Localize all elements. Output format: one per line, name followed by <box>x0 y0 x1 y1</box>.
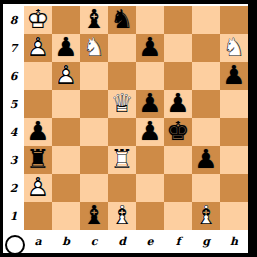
square-f2[interactable] <box>164 174 192 202</box>
square-b4[interactable] <box>52 118 80 146</box>
square-b7[interactable]: ♟ <box>52 34 80 62</box>
square-g1[interactable]: ♝♗ <box>192 202 220 230</box>
square-d5[interactable]: ♛♕ <box>108 90 136 118</box>
square-c5[interactable] <box>80 90 108 118</box>
square-h7[interactable]: ♞♘ <box>220 34 248 62</box>
square-e7[interactable]: ♟ <box>136 34 164 62</box>
black-pawn-g3[interactable]: ♟ <box>192 146 220 174</box>
file-label-e: e <box>136 231 164 252</box>
square-a5[interactable] <box>24 90 52 118</box>
black-pawn-a4[interactable]: ♟ <box>24 118 52 146</box>
square-e1[interactable] <box>136 202 164 230</box>
rank-label-7: 7 <box>3 34 24 62</box>
rank-label-5: 5 <box>3 90 24 118</box>
rank-label-6: 6 <box>3 62 24 90</box>
square-h4[interactable] <box>220 118 248 146</box>
black-bishop-c8[interactable]: ♝ <box>80 6 108 34</box>
square-b5[interactable] <box>52 90 80 118</box>
square-d6[interactable] <box>108 62 136 90</box>
file-label-b: b <box>52 231 80 252</box>
file-label-c: c <box>80 231 108 252</box>
square-d1[interactable]: ♝♗ <box>108 202 136 230</box>
square-g5[interactable] <box>192 90 220 118</box>
square-f4[interactable]: ♚ <box>164 118 192 146</box>
square-h6[interactable]: ♟ <box>220 62 248 90</box>
square-g2[interactable] <box>192 174 220 202</box>
square-c1[interactable]: ♝ <box>80 202 108 230</box>
black-pawn-e4[interactable]: ♟ <box>136 118 164 146</box>
square-e2[interactable] <box>136 174 164 202</box>
white-bishop-outline-d1[interactable]: ♗ <box>108 202 136 230</box>
square-e3[interactable] <box>136 146 164 174</box>
white-knight-outline-c7[interactable]: ♘ <box>80 34 108 62</box>
square-h3[interactable] <box>220 146 248 174</box>
square-h2[interactable] <box>220 174 248 202</box>
black-pawn-b7[interactable]: ♟ <box>52 34 80 62</box>
square-a4[interactable]: ♟ <box>24 118 52 146</box>
square-c2[interactable] <box>80 174 108 202</box>
square-c7[interactable]: ♞♘ <box>80 34 108 62</box>
white-queen-outline-d5[interactable]: ♕ <box>108 90 136 118</box>
square-b3[interactable] <box>52 146 80 174</box>
square-b6[interactable]: ♟♙ <box>52 62 80 90</box>
square-e5[interactable]: ♟ <box>136 90 164 118</box>
white-to-move-indicator <box>5 235 25 255</box>
rank-labels: 87654321 <box>3 6 24 230</box>
white-bishop-outline-g1[interactable]: ♗ <box>192 202 220 230</box>
square-b1[interactable] <box>52 202 80 230</box>
white-pawn-outline-a7[interactable]: ♙ <box>24 34 52 62</box>
square-h8[interactable] <box>220 6 248 34</box>
square-f5[interactable]: ♟ <box>164 90 192 118</box>
square-a8[interactable]: ♚♔ <box>24 6 52 34</box>
square-c3[interactable] <box>80 146 108 174</box>
square-a6[interactable] <box>24 62 52 90</box>
file-label-a: a <box>24 231 52 252</box>
rank-label-8: 8 <box>3 6 24 34</box>
square-d8[interactable]: ♞ <box>108 6 136 34</box>
black-pawn-h6[interactable]: ♟ <box>220 62 248 90</box>
file-label-d: d <box>108 231 136 252</box>
chess-diagram: 87654321 ♚♔♝♞♟♙♟♞♘♟♞♘♟♙♟♛♕♟♟♟♟♚♜♜♖♟♟♙♝♝♗… <box>0 0 257 257</box>
white-rook-outline-d3[interactable]: ♖ <box>108 146 136 174</box>
square-f7[interactable] <box>164 34 192 62</box>
square-e6[interactable] <box>136 62 164 90</box>
square-e8[interactable] <box>136 6 164 34</box>
square-c4[interactable] <box>80 118 108 146</box>
black-pawn-e7[interactable]: ♟ <box>136 34 164 62</box>
rank-label-1: 1 <box>3 202 24 230</box>
square-a7[interactable]: ♟♙ <box>24 34 52 62</box>
rank-label-3: 3 <box>3 146 24 174</box>
square-c8[interactable]: ♝ <box>80 6 108 34</box>
square-d3[interactable]: ♜♖ <box>108 146 136 174</box>
square-f6[interactable] <box>164 62 192 90</box>
square-a2[interactable]: ♟♙ <box>24 174 52 202</box>
white-king-outline-a8[interactable]: ♔ <box>24 6 52 34</box>
black-knight-d8[interactable]: ♞ <box>108 6 136 34</box>
square-g3[interactable]: ♟ <box>192 146 220 174</box>
rank-label-4: 4 <box>3 118 24 146</box>
square-h1[interactable] <box>220 202 248 230</box>
file-label-h: h <box>220 231 248 252</box>
chess-board[interactable]: ♚♔♝♞♟♙♟♞♘♟♞♘♟♙♟♛♕♟♟♟♟♚♜♜♖♟♟♙♝♝♗♝♗ <box>24 6 248 230</box>
square-e4[interactable]: ♟ <box>136 118 164 146</box>
rank-label-2: 2 <box>3 174 24 202</box>
square-a1[interactable] <box>24 202 52 230</box>
square-b2[interactable] <box>52 174 80 202</box>
square-g6[interactable] <box>192 62 220 90</box>
square-f3[interactable] <box>164 146 192 174</box>
file-label-g: g <box>192 231 220 252</box>
black-pawn-e5[interactable]: ♟ <box>136 90 164 118</box>
white-knight-outline-h7[interactable]: ♘ <box>220 34 248 62</box>
square-g8[interactable] <box>192 6 220 34</box>
square-g7[interactable] <box>192 34 220 62</box>
white-pawn-outline-b6[interactable]: ♙ <box>52 62 80 90</box>
square-c6[interactable] <box>80 62 108 90</box>
square-d4[interactable] <box>108 118 136 146</box>
square-h5[interactable] <box>220 90 248 118</box>
square-f8[interactable] <box>164 6 192 34</box>
black-pawn-f5[interactable]: ♟ <box>164 90 192 118</box>
white-pawn-outline-a2[interactable]: ♙ <box>24 174 52 202</box>
black-rook-a3[interactable]: ♜ <box>24 146 52 174</box>
square-a3[interactable]: ♜ <box>24 146 52 174</box>
black-bishop-c1[interactable]: ♝ <box>80 202 108 230</box>
square-g4[interactable] <box>192 118 220 146</box>
square-b8[interactable] <box>52 6 80 34</box>
file-label-f: f <box>164 231 192 252</box>
square-d2[interactable] <box>108 174 136 202</box>
file-labels: abcdefgh <box>24 231 248 252</box>
black-king-f4[interactable]: ♚ <box>164 118 192 146</box>
square-d7[interactable] <box>108 34 136 62</box>
square-f1[interactable] <box>164 202 192 230</box>
